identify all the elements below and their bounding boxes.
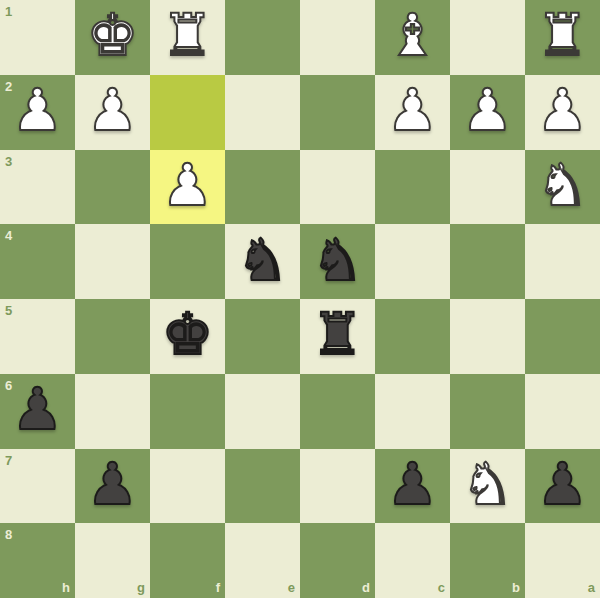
square-e8[interactable]: e xyxy=(225,523,300,598)
square-h3[interactable]: 3 xyxy=(0,150,75,225)
square-e7[interactable] xyxy=(225,449,300,524)
square-g4[interactable] xyxy=(75,224,150,299)
square-c5[interactable] xyxy=(375,299,450,374)
rank-label-4: 4 xyxy=(5,229,12,242)
square-c4[interactable] xyxy=(375,224,450,299)
white-king-g1[interactable]: ♚ xyxy=(87,6,139,64)
square-f2[interactable] xyxy=(150,75,225,150)
square-e3[interactable] xyxy=(225,150,300,225)
square-h2[interactable]: 2♟ xyxy=(0,75,75,150)
square-f5[interactable]: ♚ xyxy=(150,299,225,374)
white-knight-a3[interactable]: ♞ xyxy=(537,156,589,214)
square-e5[interactable] xyxy=(225,299,300,374)
white-rook-f1[interactable]: ♜ xyxy=(162,6,214,64)
square-g2[interactable]: ♟ xyxy=(75,75,150,150)
square-b1[interactable] xyxy=(450,0,525,75)
white-knight-b7[interactable]: ♞ xyxy=(462,455,514,513)
square-b5[interactable] xyxy=(450,299,525,374)
square-d4[interactable]: ♞ xyxy=(300,224,375,299)
white-rook-a1[interactable]: ♜ xyxy=(537,6,589,64)
square-d3[interactable] xyxy=(300,150,375,225)
black-pawn-a7[interactable]: ♟ xyxy=(537,455,589,513)
square-f6[interactable] xyxy=(150,374,225,449)
white-bishop-c1[interactable]: ♝ xyxy=(387,6,439,64)
square-a2[interactable]: ♟ xyxy=(525,75,600,150)
square-f8[interactable]: f xyxy=(150,523,225,598)
file-label-b: b xyxy=(512,581,520,594)
square-c6[interactable] xyxy=(375,374,450,449)
square-h8[interactable]: 8h xyxy=(0,523,75,598)
rank-label-8: 8 xyxy=(5,528,12,541)
square-h1[interactable]: 1 xyxy=(0,0,75,75)
square-g6[interactable] xyxy=(75,374,150,449)
square-c8[interactable]: c xyxy=(375,523,450,598)
black-king-f5[interactable]: ♚ xyxy=(162,305,214,363)
rank-label-1: 1 xyxy=(5,5,12,18)
square-g7[interactable]: ♟ xyxy=(75,449,150,524)
square-h6[interactable]: 6♟ xyxy=(0,374,75,449)
black-rook-d5[interactable]: ♜ xyxy=(312,305,364,363)
square-a8[interactable]: a xyxy=(525,523,600,598)
square-c3[interactable] xyxy=(375,150,450,225)
square-g3[interactable] xyxy=(75,150,150,225)
square-f3[interactable]: ♟ xyxy=(150,150,225,225)
square-a7[interactable]: ♟ xyxy=(525,449,600,524)
square-f4[interactable] xyxy=(150,224,225,299)
black-knight-e4[interactable]: ♞ xyxy=(237,231,289,289)
square-c7[interactable]: ♟ xyxy=(375,449,450,524)
square-h4[interactable]: 4 xyxy=(0,224,75,299)
square-e2[interactable] xyxy=(225,75,300,150)
square-c1[interactable]: ♝ xyxy=(375,0,450,75)
black-knight-d4[interactable]: ♞ xyxy=(312,231,364,289)
file-label-c: c xyxy=(438,581,445,594)
square-g1[interactable]: ♚ xyxy=(75,0,150,75)
square-a4[interactable] xyxy=(525,224,600,299)
square-e6[interactable] xyxy=(225,374,300,449)
square-g5[interactable] xyxy=(75,299,150,374)
file-label-a: a xyxy=(588,581,595,594)
chess-board: 1♚♜♝♜2♟♟♟♟♟3♟♞4♞♞5♚♜6♟7♟♟♞♟8hgfedcba xyxy=(0,0,600,598)
square-b3[interactable] xyxy=(450,150,525,225)
square-b2[interactable]: ♟ xyxy=(450,75,525,150)
square-a1[interactable]: ♜ xyxy=(525,0,600,75)
file-label-d: d xyxy=(362,581,370,594)
white-pawn-a2[interactable]: ♟ xyxy=(537,81,589,139)
square-e1[interactable] xyxy=(225,0,300,75)
square-e4[interactable]: ♞ xyxy=(225,224,300,299)
square-a5[interactable] xyxy=(525,299,600,374)
rank-label-5: 5 xyxy=(5,304,12,317)
square-a3[interactable]: ♞ xyxy=(525,150,600,225)
square-d2[interactable] xyxy=(300,75,375,150)
square-b6[interactable] xyxy=(450,374,525,449)
white-pawn-g2[interactable]: ♟ xyxy=(87,81,139,139)
square-c2[interactable]: ♟ xyxy=(375,75,450,150)
square-a6[interactable] xyxy=(525,374,600,449)
square-d7[interactable] xyxy=(300,449,375,524)
file-label-h: h xyxy=(62,581,70,594)
square-f7[interactable] xyxy=(150,449,225,524)
rank-label-3: 3 xyxy=(5,155,12,168)
black-pawn-c7[interactable]: ♟ xyxy=(387,455,439,513)
black-pawn-h6[interactable]: ♟ xyxy=(12,380,64,438)
square-d6[interactable] xyxy=(300,374,375,449)
square-h5[interactable]: 5 xyxy=(0,299,75,374)
square-b4[interactable] xyxy=(450,224,525,299)
black-pawn-g7[interactable]: ♟ xyxy=(87,455,139,513)
square-b7[interactable]: ♞ xyxy=(450,449,525,524)
square-b8[interactable]: b xyxy=(450,523,525,598)
white-pawn-f3[interactable]: ♟ xyxy=(162,156,214,214)
square-g8[interactable]: g xyxy=(75,523,150,598)
square-d8[interactable]: d xyxy=(300,523,375,598)
square-d1[interactable] xyxy=(300,0,375,75)
file-label-e: e xyxy=(288,581,295,594)
rank-label-7: 7 xyxy=(5,454,12,467)
file-label-f: f xyxy=(216,581,220,594)
square-d5[interactable]: ♜ xyxy=(300,299,375,374)
white-pawn-h2[interactable]: ♟ xyxy=(12,81,64,139)
white-pawn-c2[interactable]: ♟ xyxy=(387,81,439,139)
file-label-g: g xyxy=(137,581,145,594)
white-pawn-b2[interactable]: ♟ xyxy=(462,81,514,139)
square-f1[interactable]: ♜ xyxy=(150,0,225,75)
square-h7[interactable]: 7 xyxy=(0,449,75,524)
